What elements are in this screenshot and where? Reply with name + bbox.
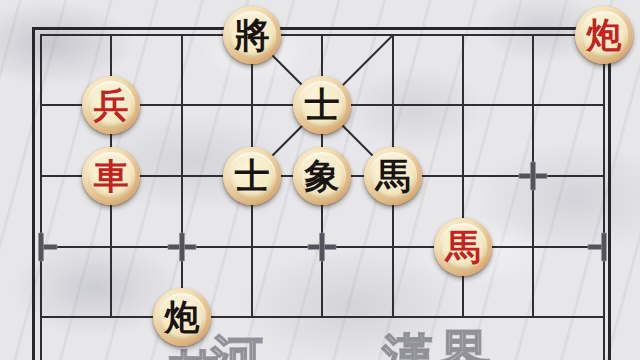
piece-glyph: 炮 bbox=[165, 300, 200, 335]
piece-glyph: 馬 bbox=[376, 159, 411, 194]
piece-glyph: 車 bbox=[94, 159, 129, 194]
piece-black-horse[interactable]: 馬 bbox=[364, 147, 422, 205]
piece-red-chariot[interactable]: 車 bbox=[82, 147, 140, 205]
piece-red-cannon[interactable]: 炮 bbox=[575, 6, 633, 64]
river-label-jie: 界 bbox=[438, 329, 490, 360]
river-label-han: 漢 bbox=[382, 333, 434, 360]
piece-red-soldier[interactable]: 兵 bbox=[82, 76, 140, 134]
piece-black-elephant[interactable]: 象 bbox=[293, 147, 351, 205]
xiangqi-board[interactable]: 楚 河 漢 界 將 炮 兵 士 車 士 象 馬 馬 炮 bbox=[0, 0, 640, 360]
piece-glyph: 炮 bbox=[587, 18, 622, 53]
piece-glyph: 象 bbox=[305, 159, 340, 194]
river-label-he: 河 bbox=[211, 334, 263, 360]
piece-glyph: 馬 bbox=[446, 230, 481, 265]
piece-black-advisor[interactable]: 士 bbox=[293, 76, 351, 134]
piece-black-general[interactable]: 將 bbox=[223, 6, 281, 64]
piece-red-horse[interactable]: 馬 bbox=[434, 218, 492, 276]
piece-glyph: 士 bbox=[235, 159, 270, 194]
piece-glyph: 士 bbox=[305, 88, 340, 123]
piece-glyph: 將 bbox=[235, 18, 270, 53]
piece-black-cannon[interactable]: 炮 bbox=[153, 288, 211, 346]
piece-black-advisor[interactable]: 士 bbox=[223, 147, 281, 205]
piece-glyph: 兵 bbox=[94, 88, 129, 123]
